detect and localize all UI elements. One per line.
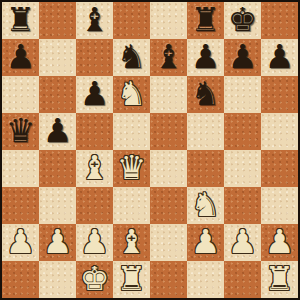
square-f1[interactable]: [187, 261, 224, 298]
square-e1[interactable]: [150, 261, 187, 298]
square-d1[interactable]: ♜: [113, 261, 150, 298]
square-g4[interactable]: [224, 150, 261, 187]
square-f3[interactable]: ♞: [187, 187, 224, 224]
square-g3[interactable]: [224, 187, 261, 224]
black-pawn: ♟: [228, 40, 258, 73]
square-b5[interactable]: ♟: [39, 113, 76, 150]
square-b6[interactable]: [39, 76, 76, 113]
black-queen: ♛: [6, 114, 36, 147]
square-d7[interactable]: ♞: [113, 39, 150, 76]
black-king: ♚: [228, 3, 258, 36]
square-g6[interactable]: [224, 76, 261, 113]
square-e7[interactable]: ♝: [150, 39, 187, 76]
square-f7[interactable]: ♟: [187, 39, 224, 76]
black-pawn: ♟: [265, 40, 295, 73]
square-d2[interactable]: ♝: [113, 224, 150, 261]
square-b3[interactable]: [39, 187, 76, 224]
black-knight: ♞: [117, 40, 147, 73]
square-h8[interactable]: [261, 2, 298, 39]
square-a1[interactable]: [2, 261, 39, 298]
square-b2[interactable]: ♟: [39, 224, 76, 261]
white-rook: ♜: [117, 262, 147, 295]
square-a6[interactable]: [2, 76, 39, 113]
square-e3[interactable]: [150, 187, 187, 224]
square-d8[interactable]: [113, 2, 150, 39]
square-a2[interactable]: ♟: [2, 224, 39, 261]
square-e6[interactable]: [150, 76, 187, 113]
black-pawn: ♟: [80, 77, 110, 110]
square-d3[interactable]: [113, 187, 150, 224]
square-h7[interactable]: ♟: [261, 39, 298, 76]
square-c5[interactable]: [76, 113, 113, 150]
square-c3[interactable]: [76, 187, 113, 224]
white-pawn: ♟: [191, 225, 221, 258]
square-g5[interactable]: [224, 113, 261, 150]
black-pawn: ♟: [191, 40, 221, 73]
square-h3[interactable]: [261, 187, 298, 224]
black-pawn: ♟: [43, 114, 73, 147]
square-a7[interactable]: ♟: [2, 39, 39, 76]
square-d6[interactable]: ♞: [113, 76, 150, 113]
black-pawn: ♟: [6, 40, 36, 73]
white-king: ♚: [80, 262, 110, 295]
black-rook: ♜: [6, 3, 36, 36]
square-c6[interactable]: ♟: [76, 76, 113, 113]
square-c8[interactable]: ♝: [76, 2, 113, 39]
white-bishop: ♝: [117, 225, 147, 258]
white-bishop: ♝: [80, 151, 110, 184]
square-g7[interactable]: ♟: [224, 39, 261, 76]
black-knight: ♞: [191, 77, 221, 110]
square-f8[interactable]: ♜: [187, 2, 224, 39]
square-a8[interactable]: ♜: [2, 2, 39, 39]
white-queen: ♛: [117, 151, 147, 184]
square-c7[interactable]: [76, 39, 113, 76]
white-pawn: ♟: [80, 225, 110, 258]
white-knight: ♞: [191, 188, 221, 221]
square-e5[interactable]: [150, 113, 187, 150]
black-bishop: ♝: [154, 40, 184, 73]
square-h2[interactable]: ♟: [261, 224, 298, 261]
square-e8[interactable]: [150, 2, 187, 39]
square-e4[interactable]: [150, 150, 187, 187]
square-a3[interactable]: [2, 187, 39, 224]
square-f2[interactable]: ♟: [187, 224, 224, 261]
white-pawn: ♟: [6, 225, 36, 258]
white-rook: ♜: [265, 262, 295, 295]
square-g1[interactable]: [224, 261, 261, 298]
white-knight: ♞: [117, 77, 147, 110]
square-e2[interactable]: [150, 224, 187, 261]
square-h1[interactable]: ♜: [261, 261, 298, 298]
square-a4[interactable]: [2, 150, 39, 187]
square-b4[interactable]: [39, 150, 76, 187]
square-h4[interactable]: [261, 150, 298, 187]
square-d5[interactable]: [113, 113, 150, 150]
square-h6[interactable]: [261, 76, 298, 113]
white-pawn: ♟: [265, 225, 295, 258]
square-g2[interactable]: ♟: [224, 224, 261, 261]
white-pawn: ♟: [228, 225, 258, 258]
square-f5[interactable]: [187, 113, 224, 150]
chess-board: ♜♝♜♚♟♞♝♟♟♟♟♞♞♛♟♝♛♞♟♟♟♝♟♟♟♚♜♜: [0, 0, 300, 300]
square-b1[interactable]: [39, 261, 76, 298]
square-c4[interactable]: ♝: [76, 150, 113, 187]
square-h5[interactable]: [261, 113, 298, 150]
square-f6[interactable]: ♞: [187, 76, 224, 113]
square-c1[interactable]: ♚: [76, 261, 113, 298]
square-b7[interactable]: [39, 39, 76, 76]
black-bishop: ♝: [80, 3, 110, 36]
square-a5[interactable]: ♛: [2, 113, 39, 150]
white-pawn: ♟: [43, 225, 73, 258]
square-b8[interactable]: [39, 2, 76, 39]
square-c2[interactable]: ♟: [76, 224, 113, 261]
black-rook: ♜: [191, 3, 221, 36]
square-f4[interactable]: [187, 150, 224, 187]
square-g8[interactable]: ♚: [224, 2, 261, 39]
square-d4[interactable]: ♛: [113, 150, 150, 187]
